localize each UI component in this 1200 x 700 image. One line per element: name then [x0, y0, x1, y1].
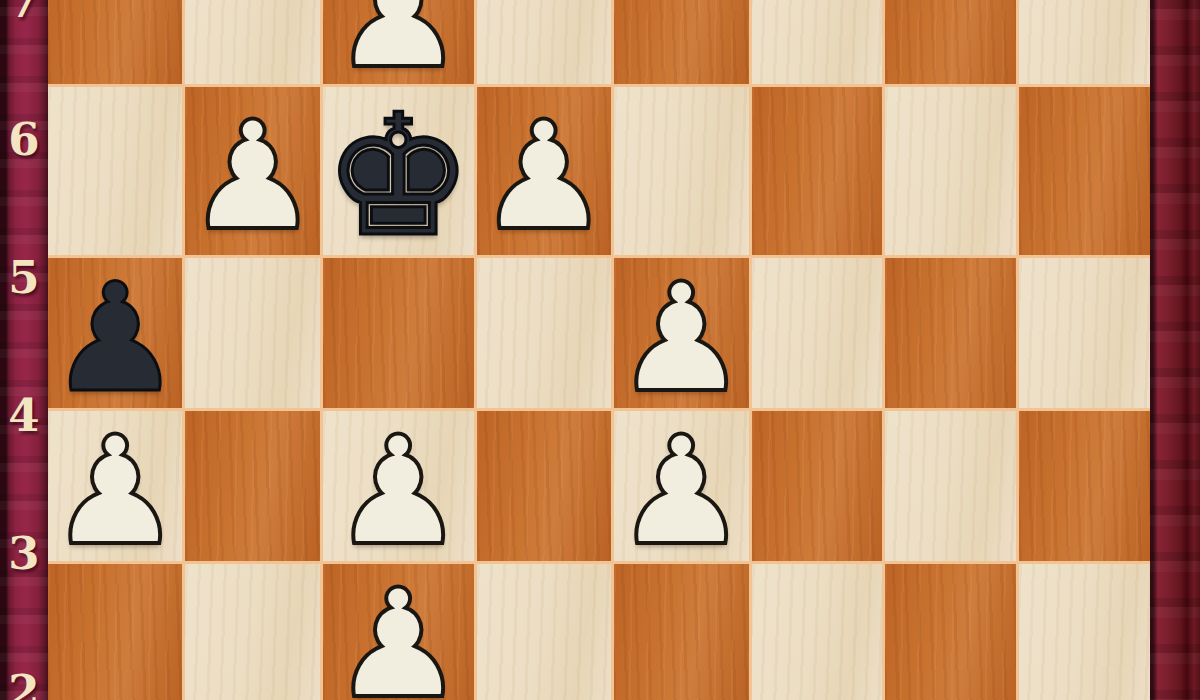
square-d6[interactable]: ♟ — [477, 87, 611, 255]
square-f5[interactable] — [752, 258, 883, 408]
piece-white-pawn-e5[interactable]: ♟ — [614, 263, 748, 413]
piece-white-pawn-e4[interactable]: ♟ — [614, 416, 748, 566]
square-e3[interactable] — [614, 564, 748, 700]
square-a3[interactable] — [48, 564, 182, 700]
square-c3[interactable]: ♟ — [323, 564, 474, 700]
square-b3[interactable] — [185, 564, 319, 700]
square-c7[interactable]: ♟ — [323, 0, 474, 84]
square-e4[interactable]: ♟ — [614, 411, 748, 561]
chess-diagram: ♟♟♚♟♟♟♟♟♟♟ 765432 — [0, 0, 1200, 700]
square-b7[interactable] — [185, 0, 319, 84]
rank-label-5: 5 — [0, 256, 48, 300]
square-g5[interactable] — [885, 258, 1016, 408]
square-d4[interactable] — [477, 411, 611, 561]
piece-white-pawn-c7[interactable]: ♟ — [331, 0, 465, 89]
square-e7[interactable] — [614, 0, 748, 84]
rank-label-4: 4 — [0, 394, 48, 438]
square-f6[interactable] — [752, 87, 883, 255]
square-g4[interactable] — [885, 411, 1016, 561]
square-d3[interactable] — [477, 564, 611, 700]
square-a7[interactable] — [48, 0, 182, 84]
square-c5[interactable] — [323, 258, 474, 408]
square-h3[interactable] — [1019, 564, 1150, 700]
board-frame-left — [0, 0, 48, 700]
rank-label-7: 7 — [0, 0, 48, 24]
square-e6[interactable] — [614, 87, 748, 255]
square-c4[interactable]: ♟ — [323, 411, 474, 561]
square-d7[interactable] — [477, 0, 611, 84]
square-a5[interactable]: ♟ — [48, 258, 182, 408]
square-b4[interactable] — [185, 411, 319, 561]
piece-black-king-c6[interactable]: ♚ — [323, 92, 474, 260]
square-h7[interactable] — [1019, 0, 1150, 84]
square-c6[interactable]: ♚ — [323, 87, 474, 255]
square-a4[interactable]: ♟ — [48, 411, 182, 561]
square-g3[interactable] — [885, 564, 1016, 700]
square-g6[interactable] — [885, 87, 1016, 255]
rank-label-2: 2 — [0, 670, 48, 700]
square-d5[interactable] — [477, 258, 611, 408]
piece-white-pawn-c4[interactable]: ♟ — [331, 416, 465, 566]
board: ♟♟♚♟♟♟♟♟♟♟ — [48, 0, 1150, 700]
square-a6[interactable] — [48, 87, 182, 255]
square-f3[interactable] — [752, 564, 883, 700]
square-h4[interactable] — [1019, 411, 1150, 561]
square-f7[interactable] — [752, 0, 883, 84]
board-frame-right — [1150, 0, 1200, 700]
rank-label-3: 3 — [0, 532, 48, 576]
piece-white-pawn-d6[interactable]: ♟ — [477, 101, 611, 251]
piece-black-pawn-a5[interactable]: ♟ — [48, 263, 182, 413]
rank-label-6: 6 — [0, 118, 48, 162]
square-e5[interactable]: ♟ — [614, 258, 748, 408]
square-b6[interactable]: ♟ — [185, 87, 319, 255]
square-h5[interactable] — [1019, 258, 1150, 408]
square-h6[interactable] — [1019, 87, 1150, 255]
piece-white-pawn-b6[interactable]: ♟ — [185, 101, 319, 251]
square-g7[interactable] — [885, 0, 1016, 84]
piece-white-pawn-a4[interactable]: ♟ — [48, 416, 182, 566]
piece-white-pawn-c3[interactable]: ♟ — [331, 569, 465, 700]
square-f4[interactable] — [752, 411, 883, 561]
square-b5[interactable] — [185, 258, 319, 408]
